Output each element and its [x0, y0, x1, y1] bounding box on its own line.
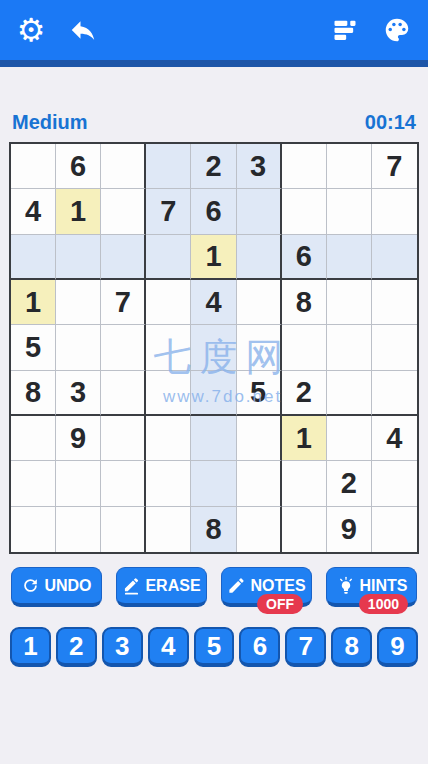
cell-r6c9[interactable]	[372, 371, 417, 416]
cell-r5c1[interactable]: 5	[11, 325, 56, 370]
cell-r6c1[interactable]: 8	[11, 371, 56, 416]
cell-r3c4[interactable]	[146, 235, 191, 280]
cell-r4c9[interactable]	[372, 280, 417, 325]
cell-r9c7[interactable]	[282, 507, 327, 552]
cell-r1c2[interactable]: 6	[56, 144, 101, 189]
cell-r8c8[interactable]: 2	[327, 461, 372, 506]
cell-r5c7[interactable]	[282, 325, 327, 370]
undo-icon	[21, 576, 40, 595]
cell-r9c5[interactable]: 8	[191, 507, 236, 552]
hints-button[interactable]: HINTS 1000	[326, 567, 417, 607]
cell-r6c7[interactable]: 2	[282, 371, 327, 416]
notes-button[interactable]: NOTES OFF	[221, 567, 312, 607]
cell-r8c2[interactable]	[56, 461, 101, 506]
cell-r4c7[interactable]: 8	[282, 280, 327, 325]
cell-r9c1[interactable]	[11, 507, 56, 552]
cell-r1c1[interactable]	[11, 144, 56, 189]
cell-r7c7[interactable]: 1	[282, 416, 327, 461]
cell-r3c3[interactable]	[101, 235, 146, 280]
cell-r5c9[interactable]	[372, 325, 417, 370]
cell-r5c3[interactable]	[101, 325, 146, 370]
cell-r2c7[interactable]	[282, 189, 327, 234]
numpad-key-7[interactable]: 7	[285, 627, 326, 667]
numpad-key-4[interactable]: 4	[148, 627, 189, 667]
cell-r7c3[interactable]	[101, 416, 146, 461]
cell-r1c5[interactable]: 2	[191, 144, 236, 189]
cell-r4c6[interactable]	[237, 280, 282, 325]
cell-r6c8[interactable]	[327, 371, 372, 416]
numpad-key-2[interactable]: 2	[56, 627, 97, 667]
cell-r3c2[interactable]	[56, 235, 101, 280]
cell-r1c4[interactable]	[146, 144, 191, 189]
cell-r3c1[interactable]	[11, 235, 56, 280]
cell-r4c5[interactable]: 4	[191, 280, 236, 325]
cell-r1c7[interactable]	[282, 144, 327, 189]
cell-r3c8[interactable]	[327, 235, 372, 280]
notes-pencil-icon	[227, 576, 246, 595]
numpad-key-6[interactable]: 6	[239, 627, 280, 667]
settings-gear-icon: ⚙	[17, 14, 46, 46]
stats-button[interactable]	[326, 11, 364, 49]
cell-r9c3[interactable]	[101, 507, 146, 552]
cell-r1c9[interactable]: 7	[372, 144, 417, 189]
cell-r7c4[interactable]	[146, 416, 191, 461]
erase-icon	[122, 576, 141, 595]
cell-r3c9[interactable]	[372, 235, 417, 280]
undo-label: UNDO	[44, 577, 91, 595]
cell-r9c2[interactable]	[56, 507, 101, 552]
action-bar: UNDO ERASE NOTES OFF	[11, 567, 417, 607]
cell-r1c3[interactable]	[101, 144, 146, 189]
sudoku-grid: 6237417616174858352914289	[9, 142, 419, 554]
cell-r7c8[interactable]	[327, 416, 372, 461]
cell-r6c6[interactable]: 5	[237, 371, 282, 416]
cell-r6c4[interactable]	[146, 371, 191, 416]
erase-button[interactable]: ERASE	[116, 567, 207, 607]
cell-r2c3[interactable]	[101, 189, 146, 234]
cell-r5c6[interactable]	[237, 325, 282, 370]
cell-r2c4[interactable]: 7	[146, 189, 191, 234]
cell-r4c1[interactable]: 1	[11, 280, 56, 325]
back-button[interactable]	[64, 11, 102, 49]
cell-r7c6[interactable]	[237, 416, 282, 461]
numpad: 123456789	[10, 627, 418, 667]
cell-r2c9[interactable]	[372, 189, 417, 234]
cell-r2c8[interactable]	[327, 189, 372, 234]
notes-badge: OFF	[257, 594, 303, 614]
erase-label: ERASE	[145, 577, 200, 595]
numpad-key-9[interactable]: 9	[377, 627, 418, 667]
toolbar: ⚙	[0, 0, 428, 60]
cell-r8c5[interactable]	[191, 461, 236, 506]
cell-r8c6[interactable]	[237, 461, 282, 506]
hints-label: HINTS	[360, 577, 408, 595]
difficulty-label: Medium	[12, 111, 88, 134]
cell-r1c6[interactable]: 3	[237, 144, 282, 189]
cell-r3c6[interactable]	[237, 235, 282, 280]
cell-r7c1[interactable]	[11, 416, 56, 461]
settings-button[interactable]: ⚙	[12, 11, 50, 49]
board-area: 6237417616174858352914289 七度网 www.7do.ne…	[0, 142, 428, 554]
stats-bars-icon	[331, 16, 359, 44]
cell-r9c6[interactable]	[237, 507, 282, 552]
numpad-key-1[interactable]: 1	[10, 627, 51, 667]
cell-r8c3[interactable]	[101, 461, 146, 506]
back-arrow-icon	[68, 15, 98, 45]
hints-bulb-icon	[336, 576, 356, 596]
cell-r2c5[interactable]: 6	[191, 189, 236, 234]
cell-r8c1[interactable]	[11, 461, 56, 506]
sudoku-app: ⚙	[0, 0, 428, 764]
cell-r7c5[interactable]	[191, 416, 236, 461]
cell-r5c5[interactable]	[191, 325, 236, 370]
numpad-key-5[interactable]: 5	[194, 627, 235, 667]
cell-r4c2[interactable]	[56, 280, 101, 325]
cell-r5c4[interactable]	[146, 325, 191, 370]
cell-r7c9[interactable]: 4	[372, 416, 417, 461]
cell-r9c9[interactable]	[372, 507, 417, 552]
numpad-key-8[interactable]: 8	[331, 627, 372, 667]
cell-r8c7[interactable]	[282, 461, 327, 506]
theme-button[interactable]	[378, 11, 416, 49]
cell-r2c6[interactable]	[237, 189, 282, 234]
cell-r6c5[interactable]	[191, 371, 236, 416]
numpad-key-3[interactable]: 3	[102, 627, 143, 667]
cell-r6c2[interactable]: 3	[56, 371, 101, 416]
hints-badge: 1000	[359, 594, 408, 614]
cell-r3c7[interactable]: 6	[282, 235, 327, 280]
cell-r2c2[interactable]: 1	[56, 189, 101, 234]
cell-r4c3[interactable]: 7	[101, 280, 146, 325]
toolbar-bottom-strip	[0, 60, 428, 67]
cell-r7c2[interactable]: 9	[56, 416, 101, 461]
cell-r2c1[interactable]: 4	[11, 189, 56, 234]
cell-r1c8[interactable]	[327, 144, 372, 189]
cell-r8c9[interactable]	[372, 461, 417, 506]
cell-r4c4[interactable]	[146, 280, 191, 325]
theme-palette-icon	[382, 15, 412, 45]
timer-label: 00:14	[365, 111, 416, 134]
cell-r3c5[interactable]: 1	[191, 235, 236, 280]
cell-r5c2[interactable]	[56, 325, 101, 370]
cell-r9c4[interactable]	[146, 507, 191, 552]
cell-r4c8[interactable]	[327, 280, 372, 325]
cell-r5c8[interactable]	[327, 325, 372, 370]
cell-r8c4[interactable]	[146, 461, 191, 506]
notes-label: NOTES	[250, 577, 305, 595]
status-row: Medium 00:14	[12, 111, 416, 134]
cell-r6c3[interactable]	[101, 371, 146, 416]
cell-r9c8[interactable]: 9	[327, 507, 372, 552]
undo-button[interactable]: UNDO	[11, 567, 102, 607]
